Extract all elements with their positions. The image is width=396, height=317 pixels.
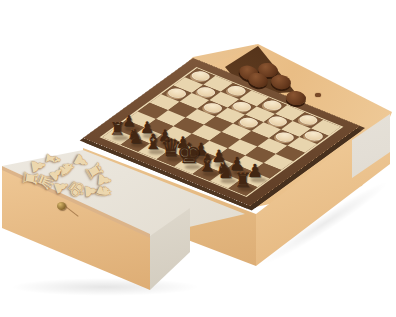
chess-piece-light-b: ♝ bbox=[42, 149, 64, 169]
chess-piece-light-r: ♜ bbox=[81, 158, 107, 184]
chess-piece-light-n: ♞ bbox=[92, 180, 116, 203]
chess-piece-light-p: ♟ bbox=[70, 150, 92, 171]
chess-piece-light-p: ♟ bbox=[95, 172, 113, 189]
chess-piece-light-r: ♜ bbox=[19, 168, 40, 188]
chess-piece-light-q: ♛ bbox=[32, 168, 59, 193]
chess-piece-light-p: ♟ bbox=[82, 183, 100, 200]
chess-piece-light-p: ♟ bbox=[45, 163, 66, 184]
chess-piece-light-p: ♟ bbox=[50, 177, 71, 197]
chess-piece-light-k: ♚ bbox=[62, 175, 90, 203]
photo-canvas: ♟♟♟♟♟♟♟♟♜♞♝♛♚♝♞♜ ♟♝♞♟♜♛♟♚♟♞♟♜♟ bbox=[0, 0, 396, 317]
drawer-pile-layer: ♟♝♞♟♜♛♟♚♟♞♟♜♟ bbox=[0, 0, 396, 317]
chess-piece-light-n: ♞ bbox=[55, 158, 79, 181]
chess-piece-light-p: ♟ bbox=[28, 156, 49, 175]
